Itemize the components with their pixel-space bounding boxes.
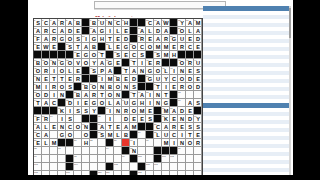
grid-cell[interactable]: A [154, 35, 162, 43]
grid-cell[interactable]: 86E [34, 139, 42, 147]
grid-cell[interactable] [66, 147, 74, 155]
grid-cell[interactable]: 12C [146, 19, 154, 27]
grid-cell[interactable]: 101 [162, 155, 170, 163]
grid-cell[interactable]: T [98, 91, 106, 99]
grid-cell[interactable] [82, 147, 90, 155]
grid-cell[interactable] [106, 155, 114, 163]
grid-cell[interactable]: 44U [194, 59, 202, 67]
grid-cell[interactable]: O [74, 123, 82, 131]
grid-cell[interactable] [50, 163, 58, 171]
grid-cell[interactable]: 33S [154, 51, 162, 59]
grid-cell[interactable]: R [74, 75, 82, 83]
grid-cell[interactable] [194, 155, 202, 163]
grid-cell[interactable] [74, 147, 82, 155]
grid-cell[interactable]: E [130, 115, 138, 123]
grid-cell[interactable]: A [42, 99, 50, 107]
grid-cell[interactable]: 55B [82, 83, 90, 91]
grid-cell[interactable] [194, 171, 202, 175]
grid-cell[interactable]: 25G [170, 35, 178, 43]
grid-cell[interactable]: 104 [74, 163, 82, 171]
grid-cell[interactable] [154, 139, 162, 147]
grid-cell[interactable]: 71A [170, 107, 178, 115]
grid-cell[interactable]: N [98, 83, 106, 91]
grid-cell[interactable]: 54M [34, 83, 42, 91]
grid-cell[interactable]: L [146, 27, 154, 35]
grid-cell[interactable]: 96 [178, 147, 186, 155]
grid-cell[interactable] [114, 115, 122, 123]
grid-cell[interactable]: 58O [34, 91, 42, 99]
grid-cell[interactable]: N [154, 91, 162, 99]
grid-cell[interactable]: 63 [178, 91, 186, 99]
grid-cell[interactable]: 106 [146, 163, 154, 171]
grid-cell[interactable]: N [58, 123, 66, 131]
grid-cell[interactable]: 74 [50, 115, 58, 123]
grid-cell[interactable]: Y [90, 59, 98, 67]
grid-cell[interactable]: C [50, 99, 58, 107]
grid-cell[interactable]: O [98, 99, 106, 107]
grid-cell[interactable] [98, 155, 106, 163]
grid-cell[interactable]: D [186, 75, 194, 83]
grid-cell[interactable]: O [186, 83, 194, 91]
grid-cell[interactable]: 67 [178, 99, 186, 107]
grid-cell[interactable]: 61A [138, 91, 146, 99]
grid-cell[interactable]: L [42, 123, 50, 131]
grid-cell[interactable] [178, 171, 186, 175]
grid-cell[interactable]: 40T [130, 59, 138, 67]
grid-cell[interactable]: C [186, 43, 194, 51]
grid-cell[interactable]: 43R [186, 59, 194, 67]
grid-cell[interactable]: L [42, 139, 50, 147]
grid-cell[interactable] [82, 163, 90, 171]
grid-cell[interactable] [74, 171, 82, 175]
grid-cell[interactable]: 99 [122, 155, 130, 163]
grid-cell[interactable]: 34B [34, 59, 42, 67]
grid-cell[interactable] [170, 163, 178, 171]
grid-cell[interactable]: 28L [106, 43, 114, 51]
grid-cell[interactable]: E [186, 67, 194, 75]
grid-cell[interactable] [50, 155, 58, 163]
grid-cell[interactable] [74, 115, 82, 123]
grid-cell[interactable]: 105 [114, 163, 122, 171]
grid-cell[interactable]: 85L [154, 131, 162, 139]
grid-cell[interactable]: T [106, 123, 114, 131]
grid-cell[interactable]: A [42, 131, 50, 139]
grid-cell[interactable]: D [178, 107, 186, 115]
grid-cell[interactable] [178, 163, 186, 171]
grid-cell[interactable]: 4R [58, 19, 66, 27]
grid-cell[interactable]: 53G [146, 75, 154, 83]
crossword-grid[interactable]: 1S2C3A4R5A6B7B8U9N10C11H12C13A14W15Y16A1… [34, 19, 202, 175]
grid-cell[interactable]: E [114, 59, 122, 67]
grid-cell[interactable]: 22F [34, 35, 42, 43]
grid-cell[interactable]: 27S [66, 43, 74, 51]
clue-item[interactable]: 80. Spy before terms with [203, 172, 291, 175]
grid-cell[interactable]: 9N [106, 19, 114, 27]
grid-cell[interactable] [194, 91, 202, 99]
grid-cell[interactable]: M [162, 139, 170, 147]
grid-cell[interactable]: 91 [146, 139, 154, 147]
grid-cell[interactable]: R [122, 107, 130, 115]
grid-cell[interactable]: 8U [98, 19, 106, 27]
grid-cell[interactable] [98, 147, 106, 155]
grid-cell[interactable]: A [106, 67, 114, 75]
grid-cell[interactable]: 36N [50, 59, 58, 67]
grid-cell[interactable]: 11H [122, 19, 130, 27]
grid-cell[interactable]: H [138, 99, 146, 107]
grid-cell[interactable]: E [42, 75, 50, 83]
grid-cell[interactable]: G [58, 131, 66, 139]
grid-cell[interactable]: D [186, 115, 194, 123]
grid-cell[interactable]: G [122, 43, 130, 51]
grid-cell[interactable] [186, 163, 194, 171]
grid-cell[interactable]: E [114, 35, 122, 43]
grid-cell[interactable]: E [122, 75, 130, 83]
grid-cell[interactable]: O [146, 43, 154, 51]
grid-cell[interactable]: R [162, 35, 170, 43]
grid-cell[interactable] [186, 147, 194, 155]
grid-cell[interactable]: U [178, 35, 186, 43]
grid-cell[interactable] [122, 139, 130, 147]
grid-cell[interactable]: 98 [74, 155, 82, 163]
grid-cell[interactable]: S [82, 107, 90, 115]
grid-cell[interactable]: I [178, 131, 186, 139]
grid-cell[interactable] [98, 163, 106, 171]
grid-cell[interactable] [186, 171, 194, 175]
grid-cell[interactable]: 111 [106, 171, 114, 175]
grid-cell[interactable]: A [42, 35, 50, 43]
grid-cell[interactable]: B [122, 131, 130, 139]
grid-cell[interactable]: D [122, 35, 130, 43]
grid-cell[interactable]: E [170, 115, 178, 123]
grid-cell[interactable] [194, 163, 202, 171]
grid-cell[interactable]: M [162, 43, 170, 51]
grid-cell[interactable]: 18A [34, 27, 42, 35]
grid-cell[interactable]: 95N [130, 147, 138, 155]
grid-cell[interactable]: 60T [130, 91, 138, 99]
grid-cell[interactable]: A [58, 27, 66, 35]
grid-cell[interactable]: R [178, 83, 186, 91]
grid-cell[interactable]: U [162, 131, 170, 139]
grid-cell[interactable]: 10C [114, 19, 122, 27]
grid-cell[interactable] [170, 171, 178, 175]
grid-cell[interactable] [138, 147, 146, 155]
grid-cell[interactable]: 2C [42, 19, 50, 27]
grid-cell[interactable]: 75 [98, 115, 106, 123]
grid-cell[interactable]: N [154, 99, 162, 107]
grid-cell[interactable]: A [82, 91, 90, 99]
grid-cell[interactable]: L [106, 99, 114, 107]
grid-cell[interactable]: 6B [74, 19, 82, 27]
grid-cell[interactable]: 41E [146, 59, 154, 67]
grid-cell[interactable]: 66U [122, 99, 130, 107]
grid-cell[interactable] [98, 139, 106, 147]
grid-cell[interactable] [146, 171, 154, 175]
grid-cell[interactable]: 81C [154, 123, 162, 131]
grid-cell[interactable]: G [90, 35, 98, 43]
grid-cell[interactable]: N [58, 91, 66, 99]
grid-cell[interactable]: P [98, 67, 106, 75]
grid-cell[interactable]: E [146, 107, 154, 115]
grid-cell[interactable]: O [82, 59, 90, 67]
grid-cell[interactable]: 76K [162, 115, 170, 123]
grid-cell[interactable] [90, 147, 98, 155]
grid-cell[interactable]: T [50, 75, 58, 83]
grid-cell[interactable]: 39G [106, 59, 114, 67]
grid-cell[interactable]: R [50, 83, 58, 91]
grid-cell[interactable]: T [74, 43, 82, 51]
grid-cell[interactable]: H [82, 139, 90, 147]
grid-cell[interactable]: 82C [34, 131, 42, 139]
grid-cell[interactable] [42, 171, 50, 175]
grid-cell[interactable]: A [82, 43, 90, 51]
grid-cell[interactable]: E [186, 35, 194, 43]
grid-cell[interactable]: M [138, 107, 146, 115]
grid-cell[interactable]: I [146, 99, 154, 107]
grid-cell[interactable]: A [130, 67, 138, 75]
grid-cell[interactable]: 100 [138, 155, 146, 163]
grid-cell[interactable] [122, 163, 130, 171]
grid-cell[interactable]: G [98, 27, 106, 35]
across-clue-list[interactable]: 60. American Red Cross founder61. Adapta… [203, 11, 291, 103]
grid-cell[interactable]: M [50, 139, 58, 147]
grid-cell[interactable]: 47T [122, 67, 130, 75]
grid-cell[interactable]: C [130, 51, 138, 59]
grid-cell[interactable]: C [170, 131, 178, 139]
grid-cell[interactable] [58, 163, 66, 171]
grid-cell[interactable]: 87 [74, 139, 82, 147]
grid-cell[interactable]: 50N [34, 75, 42, 83]
grid-cell[interactable] [74, 131, 82, 139]
grid-cell[interactable]: C [170, 75, 178, 83]
grid-cell[interactable]: I [50, 91, 58, 99]
grid-cell[interactable]: M [130, 123, 138, 131]
grid-cell[interactable]: G [130, 99, 138, 107]
grid-cell[interactable]: O [154, 67, 162, 75]
grid-cell[interactable]: O [66, 35, 74, 43]
grid-cell[interactable]: O [90, 51, 98, 59]
grid-cell[interactable]: I [138, 59, 146, 67]
grid-cell[interactable]: D [194, 35, 202, 43]
grid-cell[interactable]: 23I [82, 35, 90, 43]
grid-cell[interactable]: T [186, 131, 194, 139]
grid-cell[interactable] [114, 155, 122, 163]
grid-cell[interactable]: N [114, 107, 122, 115]
grid-cell[interactable]: 102 [170, 155, 178, 163]
grid-cell[interactable]: 112 [138, 171, 146, 175]
grid-cell[interactable]: 52B [114, 75, 122, 83]
grid-cell[interactable]: 29O [130, 43, 138, 51]
grid-cell[interactable]: U [154, 75, 162, 83]
grid-cell[interactable]: 80A [98, 123, 106, 131]
grid-cell[interactable]: 1S [34, 19, 42, 27]
grid-cell[interactable]: R [170, 123, 178, 131]
grid-cell[interactable]: 83S [98, 131, 106, 139]
grid-cell[interactable]: E [186, 107, 194, 115]
grid-cell[interactable]: 59B [74, 91, 82, 99]
grid-cell[interactable]: E [74, 27, 82, 35]
grid-cell[interactable] [194, 147, 202, 155]
grid-cell[interactable]: V [74, 59, 82, 67]
grid-cell[interactable]: 62I [146, 91, 154, 99]
grid-cell[interactable]: E [170, 43, 178, 51]
grid-cell[interactable] [162, 171, 170, 175]
grid-cell[interactable]: 31T [98, 51, 106, 59]
grid-cell[interactable]: N [122, 83, 130, 91]
grid-cell[interactable]: E [114, 43, 122, 51]
grid-cell[interactable]: E [138, 115, 146, 123]
grid-cell[interactable]: O [58, 83, 66, 91]
grid-cell[interactable]: 20A [138, 27, 146, 35]
grid-cell[interactable]: R [90, 91, 98, 99]
grid-cell[interactable]: A [162, 123, 170, 131]
grid-cell[interactable]: I [42, 83, 50, 91]
grid-cell[interactable]: G [90, 99, 98, 107]
grid-cell[interactable]: W [42, 43, 50, 51]
grid-cell[interactable] [130, 163, 138, 171]
grid-cell[interactable]: 42O [178, 59, 186, 67]
grid-cell[interactable]: I [74, 99, 82, 107]
grid-cell[interactable] [82, 171, 90, 175]
grid-cell[interactable]: O [82, 131, 90, 139]
grid-cell[interactable]: 30E [74, 51, 82, 59]
grid-cell[interactable]: 92 [34, 147, 42, 155]
grid-cell[interactable]: 48L [162, 67, 170, 75]
grid-cell[interactable]: L [186, 27, 194, 35]
grid-cell[interactable]: I [50, 67, 58, 75]
grid-cell[interactable]: I [106, 27, 114, 35]
grid-cell[interactable]: 45O [34, 67, 42, 75]
grid-cell[interactable]: 26E [34, 43, 42, 51]
grid-cell[interactable]: I [66, 107, 74, 115]
grid-cell[interactable]: G [58, 35, 66, 43]
grid-cell[interactable]: N [178, 115, 186, 123]
grid-cell[interactable]: 107 [154, 163, 162, 171]
grid-cell[interactable]: R [42, 67, 50, 75]
grid-cell[interactable]: E [50, 43, 58, 51]
grid-cell[interactable]: T [58, 75, 66, 83]
grid-cell[interactable] [42, 155, 50, 163]
grid-cell[interactable]: 90I [130, 139, 138, 147]
grid-cell[interactable]: 89 [114, 139, 122, 147]
grid-cell[interactable]: N [178, 67, 186, 75]
grid-cell[interactable]: R [194, 139, 202, 147]
grid-cell[interactable]: I [106, 115, 114, 123]
grid-cell[interactable]: 78A [34, 123, 42, 131]
grid-cell[interactable]: D [154, 27, 162, 35]
grid-cell[interactable]: S [194, 67, 202, 75]
grid-cell[interactable]: D [194, 83, 202, 91]
grid-cell[interactable]: A [114, 99, 122, 107]
grid-cell[interactable]: N [138, 67, 146, 75]
grid-cell[interactable] [42, 163, 50, 171]
grid-cell[interactable]: 103 [34, 163, 42, 171]
grid-cell[interactable] [162, 163, 170, 171]
grid-cell[interactable] [114, 171, 122, 175]
grid-cell[interactable]: 49I [170, 67, 178, 75]
grid-cell[interactable] [146, 147, 154, 155]
grid-cell[interactable]: E [50, 123, 58, 131]
grid-cell[interactable]: S [194, 123, 202, 131]
grid-cell[interactable] [146, 155, 154, 163]
grid-cell[interactable]: 88 [90, 139, 98, 147]
grid-cell[interactable]: N [178, 139, 186, 147]
grid-cell[interactable]: I [58, 115, 66, 123]
grid-cell[interactable]: Y [162, 75, 170, 83]
grid-cell[interactable]: R [42, 27, 50, 35]
grid-cell[interactable]: M [106, 131, 114, 139]
grid-cell[interactable] [154, 171, 162, 175]
grid-cell[interactable]: A [122, 123, 130, 131]
grid-cell[interactable]: E [122, 51, 130, 59]
grid-cell[interactable]: O [186, 139, 194, 147]
grid-cell[interactable]: 68K [58, 107, 66, 115]
grid-cell[interactable] [90, 163, 98, 171]
grid-cell[interactable]: 46S [90, 67, 98, 75]
grid-cell[interactable]: T [162, 91, 170, 99]
grid-cell[interactable]: Y [90, 107, 98, 115]
grid-cell[interactable]: 84 [138, 131, 146, 139]
grid-cell[interactable]: T [106, 35, 114, 43]
grid-cell[interactable]: S [194, 99, 202, 107]
grid-cell[interactable]: 19A [90, 27, 98, 35]
grid-cell[interactable]: N [114, 91, 122, 99]
grid-cell[interactable]: 70M [162, 107, 170, 115]
grid-cell[interactable]: S [74, 107, 82, 115]
grid-cell[interactable]: G [82, 51, 90, 59]
grid-cell[interactable]: S [74, 35, 82, 43]
grid-cell[interactable] [114, 147, 122, 155]
grid-cell[interactable] [58, 155, 66, 163]
grid-cell[interactable]: O [106, 91, 114, 99]
grid-cell[interactable]: 35O [42, 59, 50, 67]
grid-cell[interactable] [186, 155, 194, 163]
grid-cell[interactable]: E [74, 67, 82, 75]
grid-cell[interactable] [50, 171, 58, 175]
grid-cell[interactable]: 5A [66, 19, 74, 27]
grid-cell[interactable]: 51I [98, 75, 106, 83]
grid-cell[interactable]: G [146, 67, 154, 75]
grid-cell[interactable] [50, 131, 58, 139]
grid-cell[interactable] [138, 139, 146, 147]
grid-cell[interactable]: O [178, 75, 186, 83]
grid-cell[interactable]: O [130, 107, 138, 115]
grid-cell[interactable]: E [82, 99, 90, 107]
grid-cell[interactable]: 108 [34, 171, 42, 175]
grid-cell[interactable]: B [106, 83, 114, 91]
grid-cell[interactable]: R [178, 43, 186, 51]
grid-cell[interactable]: 94 [106, 147, 114, 155]
grid-cell[interactable]: M [154, 43, 162, 51]
grid-cell[interactable]: E [194, 131, 202, 139]
grid-cell[interactable]: I [170, 139, 178, 147]
grid-cell[interactable]: 72F [34, 115, 42, 123]
grid-cell[interactable]: 57T [154, 83, 162, 91]
grid-cell[interactable]: 3A [50, 19, 58, 27]
grid-cell[interactable]: L [114, 27, 122, 35]
grid-cell[interactable]: R [154, 59, 162, 67]
grid-cell[interactable]: A [162, 27, 170, 35]
grid-cell[interactable] [122, 171, 130, 175]
grid-cell[interactable]: C [66, 123, 74, 131]
grid-cell[interactable]: S [66, 83, 74, 91]
grid-cell[interactable]: 97 [34, 155, 42, 163]
grid-cell[interactable]: 65D [66, 99, 74, 107]
grid-cell[interactable]: S [146, 115, 154, 123]
grid-cell[interactable]: D [130, 75, 138, 83]
grid-cell[interactable]: 21O [178, 27, 186, 35]
grid-cell[interactable]: E [146, 35, 154, 43]
clue-scrollbar-thumb[interactable] [289, 8, 291, 38]
